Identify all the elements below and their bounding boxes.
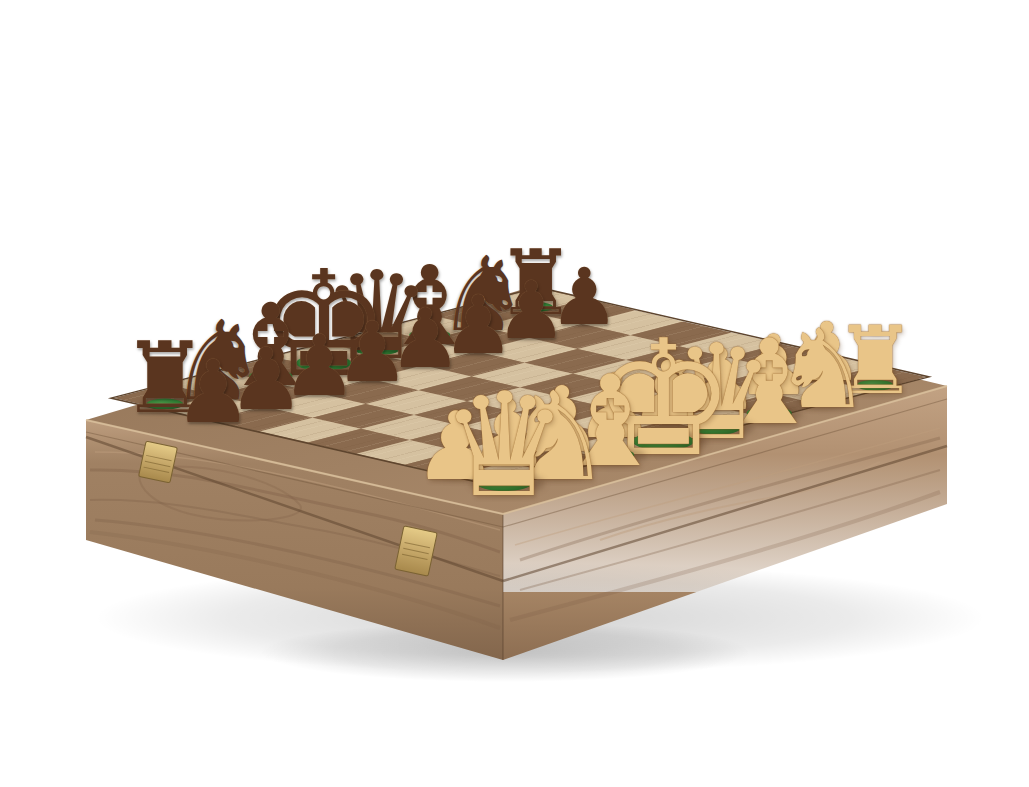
queen-glyph: ♛ xyxy=(440,374,569,518)
chess-set-photo: ♜♞♝♛♚♝♞♛♟♟♟♟♟♟♟♟♟♟♟♟♟♟♟♟♜♞♝♛♚♝♞♜ xyxy=(0,0,1029,787)
brass-hinge xyxy=(139,441,178,483)
pawn-glyph: ♟ xyxy=(174,349,252,436)
